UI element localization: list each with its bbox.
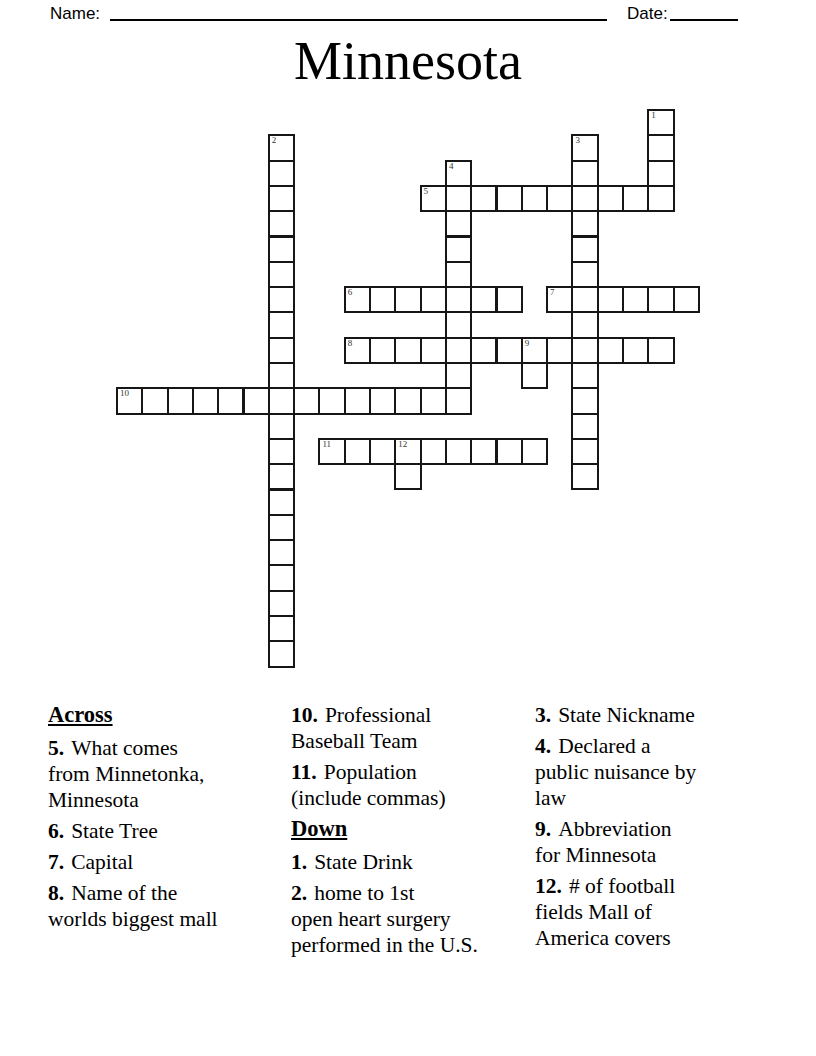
grid-cell[interactable]: [597, 286, 624, 313]
grid-cell[interactable]: [571, 463, 598, 490]
cell-number: 9: [525, 339, 530, 348]
grid-cell[interactable]: [394, 387, 421, 414]
grid-cell[interactable]: [394, 286, 421, 313]
grid-cell[interactable]: [571, 387, 598, 414]
clue-text: State Tree: [71, 819, 158, 843]
grid-cell[interactable]: [445, 337, 472, 364]
grid-cell[interactable]: [597, 185, 624, 212]
clue-text: Capital: [71, 850, 133, 874]
grid-cell[interactable]: [445, 311, 472, 338]
grid-cell[interactable]: [268, 160, 295, 187]
grid-cell[interactable]: [470, 286, 497, 313]
grid-cell[interactable]: [268, 362, 295, 389]
clue-text: State Nickname: [558, 703, 695, 727]
grid-cell[interactable]: 6: [344, 286, 371, 313]
grid-cell[interactable]: [496, 337, 523, 364]
grid-cell[interactable]: [622, 286, 649, 313]
grid-cell[interactable]: [445, 236, 472, 263]
grid-cell[interactable]: [268, 640, 295, 667]
clue-number: 3.: [535, 703, 551, 727]
grid-cell[interactable]: [521, 362, 548, 389]
down-heading: Down: [291, 816, 536, 842]
grid-cell[interactable]: [571, 210, 598, 237]
grid-cell[interactable]: [167, 387, 194, 414]
grid-cell[interactable]: [673, 286, 700, 313]
grid-cell[interactable]: [445, 438, 472, 465]
grid-cell[interactable]: [470, 337, 497, 364]
cell-number: 1: [651, 111, 656, 120]
grid-cell[interactable]: [293, 387, 320, 414]
clue-across-10: 10.Professional Baseball Team: [291, 702, 536, 754]
grid-cell[interactable]: [647, 160, 674, 187]
clue-number: 8.: [48, 881, 64, 905]
grid-cell[interactable]: [546, 337, 573, 364]
grid-cell[interactable]: 12: [394, 438, 421, 465]
grid-cell[interactable]: [546, 185, 573, 212]
grid-cell[interactable]: [268, 539, 295, 566]
cell-number: 8: [348, 339, 353, 348]
grid-cell[interactable]: [470, 438, 497, 465]
cell-number: 5: [424, 187, 429, 196]
grid-cell[interactable]: [369, 337, 396, 364]
grid-cell[interactable]: [445, 387, 472, 414]
grid-cell[interactable]: [445, 286, 472, 313]
cell-number: 12: [398, 440, 407, 449]
grid-cell[interactable]: [420, 438, 447, 465]
grid-cell[interactable]: [268, 337, 295, 364]
grid-cell[interactable]: [647, 286, 674, 313]
grid-cell[interactable]: [369, 286, 396, 313]
clue-across-6: 6.State Tree: [48, 818, 288, 844]
name-blank-line: [110, 19, 607, 21]
grid-cell[interactable]: [496, 185, 523, 212]
grid-cell[interactable]: [571, 413, 598, 440]
grid-cell[interactable]: [571, 311, 598, 338]
grid-cell[interactable]: [496, 286, 523, 313]
grid-cell[interactable]: [394, 463, 421, 490]
grid-cell[interactable]: [647, 134, 674, 161]
crossword-grid: 567891011121234: [117, 110, 701, 669]
grid-cell[interactable]: [268, 514, 295, 541]
grid-cell[interactable]: [268, 185, 295, 212]
grid-cell[interactable]: [622, 185, 649, 212]
grid-cell[interactable]: [571, 337, 598, 364]
cell-number: 2: [272, 136, 277, 145]
grid-cell[interactable]: 2: [268, 134, 295, 161]
clue-number: 6.: [48, 819, 64, 843]
grid-cell[interactable]: [571, 286, 598, 313]
grid-cell[interactable]: [571, 160, 598, 187]
grid-cell[interactable]: [268, 210, 295, 237]
grid-cell[interactable]: [597, 337, 624, 364]
grid-cell[interactable]: [369, 387, 396, 414]
grid-cell[interactable]: 10: [116, 387, 143, 414]
clue-number: 2.: [291, 881, 307, 905]
grid-cell[interactable]: [470, 185, 497, 212]
grid-cell[interactable]: [571, 185, 598, 212]
grid-cell[interactable]: [243, 387, 270, 414]
grid-cell[interactable]: [268, 615, 295, 642]
grid-cell[interactable]: [445, 261, 472, 288]
grid-cell[interactable]: [647, 337, 674, 364]
grid-cell[interactable]: [217, 387, 244, 414]
clue-column-2: 10.Professional Baseball Team 11.Populat…: [291, 702, 536, 963]
cell-number: 6: [348, 288, 353, 297]
grid-cell[interactable]: [268, 311, 295, 338]
grid-cell[interactable]: [394, 337, 421, 364]
grid-cell[interactable]: [571, 236, 598, 263]
clue-number: 1.: [291, 850, 307, 874]
puzzle-title: Minnesota: [0, 30, 816, 92]
clue-across-11: 11.Population (include commas): [291, 759, 536, 811]
grid-cell[interactable]: [571, 438, 598, 465]
grid-cell[interactable]: 5: [420, 185, 447, 212]
grid-cell[interactable]: 3: [571, 134, 598, 161]
across-heading: Across: [48, 702, 288, 728]
grid-cell[interactable]: 4: [445, 160, 472, 187]
clue-number: 5.: [48, 736, 64, 760]
clue-number: 9.: [535, 817, 551, 841]
date-label: Date:: [627, 4, 668, 24]
grid-cell[interactable]: [420, 286, 447, 313]
grid-cell[interactable]: 8: [344, 337, 371, 364]
grid-cell[interactable]: [268, 590, 295, 617]
clue-across-5: 5.What comes from Minnetonka, Minnesota: [48, 735, 288, 813]
cell-number: 10: [120, 389, 129, 398]
clue-down-2: 2.home to 1st open heart surgery perform…: [291, 880, 536, 958]
grid-cell[interactable]: [268, 438, 295, 465]
grid-cell[interactable]: [496, 438, 523, 465]
cell-number: 3: [575, 136, 580, 145]
grid-cell[interactable]: [192, 387, 219, 414]
clue-across-7: 7.Capital: [48, 849, 288, 875]
grid-cell[interactable]: [344, 387, 371, 414]
clue-down-3: 3.State Nickname: [535, 702, 783, 728]
grid-cell[interactable]: [268, 489, 295, 516]
clue-text: Name of the worlds biggest mall: [48, 881, 218, 931]
grid-cell[interactable]: [268, 236, 295, 263]
grid-cell[interactable]: [445, 185, 472, 212]
clue-number: 10.: [291, 703, 318, 727]
grid-cell[interactable]: [268, 463, 295, 490]
grid-cell[interactable]: [268, 286, 295, 313]
clue-text: Declared a public nuisance by law: [535, 734, 696, 810]
clue-number: 11.: [291, 760, 317, 784]
name-label: Name:: [50, 4, 100, 24]
clue-down-9: 9.Abbreviation for Minnesota: [535, 816, 783, 868]
grid-cell[interactable]: [571, 362, 598, 389]
clue-down-12: 12.# of football fields Mall of America …: [535, 873, 783, 951]
clue-column-1: Across 5.What comes from Minnetonka, Min…: [48, 702, 288, 937]
grid-cell[interactable]: [445, 210, 472, 237]
grid-cell[interactable]: [268, 564, 295, 591]
grid-cell[interactable]: [445, 362, 472, 389]
grid-cell[interactable]: [369, 438, 396, 465]
cell-number: 7: [550, 288, 555, 297]
grid-cell[interactable]: [521, 185, 548, 212]
clue-text: What comes from Minnetonka, Minnesota: [48, 736, 204, 812]
grid-cell[interactable]: [571, 261, 598, 288]
grid-cell[interactable]: [141, 387, 168, 414]
grid-cell[interactable]: [268, 387, 295, 414]
cell-number: 4: [449, 162, 454, 171]
grid-cell[interactable]: 1: [647, 109, 674, 136]
clue-column-3: 3.State Nickname 4.Declared a public nui…: [535, 702, 783, 956]
date-blank-line: [670, 19, 738, 21]
grid-cell[interactable]: [521, 438, 548, 465]
grid-cell[interactable]: 9: [521, 337, 548, 364]
grid-cell[interactable]: [647, 185, 674, 212]
clue-down-4: 4.Declared a public nuisance by law: [535, 733, 783, 811]
grid-cell[interactable]: [420, 337, 447, 364]
grid-cell[interactable]: [318, 387, 345, 414]
clue-text: home to 1st open heart surgery performed…: [291, 881, 478, 957]
grid-cell[interactable]: [268, 261, 295, 288]
grid-cell[interactable]: 7: [546, 286, 573, 313]
cell-number: 11: [322, 440, 331, 449]
clue-across-8: 8.Name of the worlds biggest mall: [48, 880, 288, 932]
clue-number: 7.: [48, 850, 64, 874]
clue-number: 4.: [535, 734, 551, 758]
clue-down-1: 1.State Drink: [291, 849, 536, 875]
clue-text: Abbreviation for Minnesota: [535, 817, 672, 867]
grid-cell[interactable]: [344, 438, 371, 465]
grid-cell[interactable]: [622, 337, 649, 364]
grid-cell[interactable]: [268, 413, 295, 440]
clue-text: State Drink: [314, 850, 413, 874]
grid-cell[interactable]: [420, 387, 447, 414]
grid-cell[interactable]: 11: [318, 438, 345, 465]
clue-number: 12.: [535, 874, 562, 898]
